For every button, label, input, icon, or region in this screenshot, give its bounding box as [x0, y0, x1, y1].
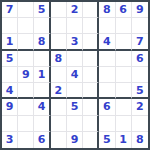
sudoku-cell-empty-r3c8[interactable]	[116, 34, 132, 50]
sudoku-cell-empty-r6c3[interactable]	[34, 83, 50, 99]
sudoku-cell-empty-r1c6[interactable]	[83, 2, 99, 18]
sudoku-cell-empty-r4c8[interactable]	[116, 51, 132, 67]
sudoku-cell-empty-r7c8[interactable]	[116, 99, 132, 115]
sudoku-cell-empty-r5c4[interactable]	[51, 67, 67, 83]
sudoku-cell-empty-r6c7[interactable]	[99, 83, 115, 99]
sudoku-cell-given-r6c4[interactable]: 2	[51, 83, 67, 99]
sudoku-cell-empty-r2c3[interactable]	[34, 18, 50, 34]
sudoku-cell-empty-r5c1[interactable]	[2, 67, 18, 83]
sudoku-cell-empty-r9c2[interactable]	[18, 132, 34, 148]
sudoku-cell-given-r6c1[interactable]: 4	[2, 83, 18, 99]
sudoku-cell-empty-r3c6[interactable]	[83, 34, 99, 50]
sudoku-cell-empty-r7c2[interactable]	[18, 99, 34, 115]
sudoku-cell-empty-r4c5[interactable]	[67, 51, 83, 67]
sudoku-cell-empty-r5c8[interactable]	[116, 67, 132, 83]
sudoku-cell-given-r4c1[interactable]: 5	[2, 51, 18, 67]
sudoku-cell-given-r3c7[interactable]: 4	[99, 34, 115, 50]
sudoku-cell-empty-r8c8[interactable]	[116, 116, 132, 132]
sudoku-cell-given-r5c5[interactable]: 4	[67, 67, 83, 83]
sudoku-cell-given-r1c1[interactable]: 7	[2, 2, 18, 18]
sudoku-board: 7528691834758691442594562369518	[0, 0, 150, 150]
sudoku-cell-given-r3c1[interactable]: 1	[2, 34, 18, 50]
sudoku-cell-empty-r4c2[interactable]	[18, 51, 34, 67]
sudoku-cell-given-r4c9[interactable]: 6	[132, 51, 148, 67]
sudoku-cell-empty-r1c2[interactable]	[18, 2, 34, 18]
sudoku-cell-given-r1c9[interactable]: 9	[132, 2, 148, 18]
sudoku-cell-given-r7c7[interactable]: 6	[99, 99, 115, 115]
sudoku-cell-empty-r9c6[interactable]	[83, 132, 99, 148]
sudoku-cell-given-r9c5[interactable]: 9	[67, 132, 83, 148]
sudoku-cell-empty-r2c5[interactable]	[67, 18, 83, 34]
sudoku-cell-empty-r4c7[interactable]	[99, 51, 115, 67]
sudoku-cell-empty-r2c2[interactable]	[18, 18, 34, 34]
sudoku-cell-empty-r8c7[interactable]	[99, 116, 115, 132]
sudoku-cell-given-r1c3[interactable]: 5	[34, 2, 50, 18]
sudoku-cell-empty-r2c7[interactable]	[99, 18, 115, 34]
sudoku-cell-empty-r6c2[interactable]	[18, 83, 34, 99]
sudoku-cell-given-r1c5[interactable]: 2	[67, 2, 83, 18]
sudoku-cell-empty-r8c6[interactable]	[83, 116, 99, 132]
sudoku-cell-empty-r8c2[interactable]	[18, 116, 34, 132]
sudoku-cell-given-r9c8[interactable]: 1	[116, 132, 132, 148]
sudoku-cell-empty-r6c5[interactable]	[67, 83, 83, 99]
sudoku-cell-given-r9c7[interactable]: 5	[99, 132, 115, 148]
sudoku-cell-empty-r9c4[interactable]	[51, 132, 67, 148]
sudoku-cell-empty-r5c6[interactable]	[83, 67, 99, 83]
sudoku-cell-empty-r5c7[interactable]	[99, 67, 115, 83]
sudoku-cell-empty-r8c3[interactable]	[34, 116, 50, 132]
sudoku-cell-given-r1c8[interactable]: 6	[116, 2, 132, 18]
sudoku-cell-given-r9c3[interactable]: 6	[34, 132, 50, 148]
sudoku-cell-empty-r2c1[interactable]	[2, 18, 18, 34]
sudoku-cell-given-r9c9[interactable]: 8	[132, 132, 148, 148]
sudoku-cell-given-r7c1[interactable]: 9	[2, 99, 18, 115]
sudoku-cell-given-r5c2[interactable]: 9	[18, 67, 34, 83]
sudoku-cell-empty-r7c4[interactable]	[51, 99, 67, 115]
sudoku-cell-empty-r8c4[interactable]	[51, 116, 67, 132]
sudoku-cell-empty-r8c9[interactable]	[132, 116, 148, 132]
sudoku-cell-empty-r6c6[interactable]	[83, 83, 99, 99]
sudoku-cell-given-r7c9[interactable]: 2	[132, 99, 148, 115]
sudoku-cell-given-r4c4[interactable]: 8	[51, 51, 67, 67]
sudoku-cell-empty-r3c2[interactable]	[18, 34, 34, 50]
sudoku-cell-empty-r8c5[interactable]	[67, 116, 83, 132]
sudoku-cell-empty-r2c8[interactable]	[116, 18, 132, 34]
sudoku-cell-empty-r2c4[interactable]	[51, 18, 67, 34]
sudoku-cell-empty-r6c8[interactable]	[116, 83, 132, 99]
sudoku-cell-given-r6c9[interactable]: 5	[132, 83, 148, 99]
sudoku-cell-given-r3c3[interactable]: 8	[34, 34, 50, 50]
sudoku-cell-empty-r4c6[interactable]	[83, 51, 99, 67]
sudoku-cell-given-r9c1[interactable]: 3	[2, 132, 18, 148]
sudoku-cell-empty-r1c4[interactable]	[51, 2, 67, 18]
sudoku-cell-given-r7c5[interactable]: 5	[67, 99, 83, 115]
sudoku-cell-empty-r8c1[interactable]	[2, 116, 18, 132]
sudoku-cell-empty-r5c9[interactable]	[132, 67, 148, 83]
sudoku-cell-empty-r7c6[interactable]	[83, 99, 99, 115]
sudoku-cell-given-r7c3[interactable]: 4	[34, 99, 50, 115]
sudoku-cell-given-r1c7[interactable]: 8	[99, 2, 115, 18]
sudoku-cell-empty-r3c4[interactable]	[51, 34, 67, 50]
sudoku-cell-empty-r2c9[interactable]	[132, 18, 148, 34]
sudoku-cell-given-r3c5[interactable]: 3	[67, 34, 83, 50]
sudoku-cell-empty-r4c3[interactable]	[34, 51, 50, 67]
sudoku-cell-given-r5c3[interactable]: 1	[34, 67, 50, 83]
sudoku-cell-given-r3c9[interactable]: 7	[132, 34, 148, 50]
sudoku-cell-empty-r2c6[interactable]	[83, 18, 99, 34]
